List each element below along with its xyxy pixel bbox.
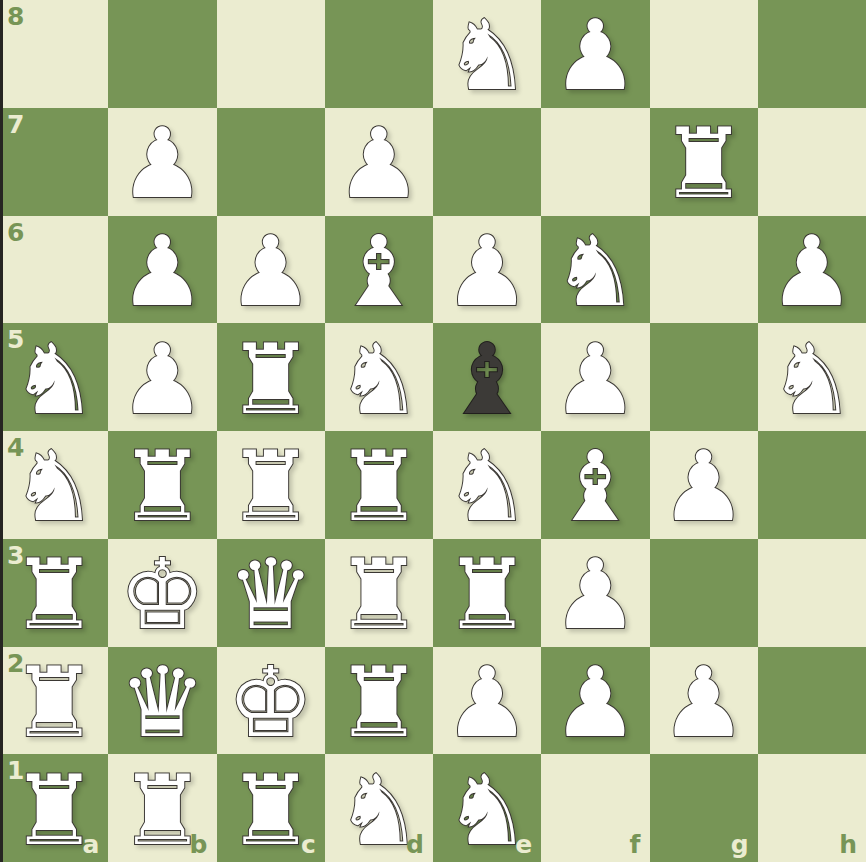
white-pawn[interactable]: ♟ xyxy=(227,223,314,320)
white-rook[interactable]: ♜ xyxy=(227,762,314,859)
white-pawn[interactable]: ♟ xyxy=(660,438,747,535)
square-f8[interactable]: ♟ xyxy=(541,0,649,108)
white-bishop[interactable]: ♝ xyxy=(552,438,639,535)
white-pawn[interactable]: ♟ xyxy=(660,654,747,751)
rank-label-7: 7 xyxy=(7,112,24,137)
white-knight[interactable]: ♞ xyxy=(552,223,639,320)
white-bishop[interactable]: ♝ xyxy=(335,223,422,320)
square-c2[interactable]: ♚ xyxy=(217,647,325,755)
square-a2[interactable]: ♜2 xyxy=(0,647,108,755)
square-d3[interactable]: ♜ xyxy=(325,539,433,647)
square-c3[interactable]: ♛ xyxy=(217,539,325,647)
square-b8[interactable] xyxy=(108,0,216,108)
white-pawn[interactable]: ♟ xyxy=(552,654,639,751)
white-pawn[interactable]: ♟ xyxy=(119,331,206,428)
white-rook[interactable]: ♜ xyxy=(660,115,747,212)
white-pawn[interactable]: ♟ xyxy=(444,223,531,320)
white-knight[interactable]: ♞ xyxy=(444,762,531,859)
square-h2[interactable] xyxy=(758,647,866,755)
black-bishop[interactable]: ♝ xyxy=(444,331,531,428)
square-e7[interactable] xyxy=(433,108,541,216)
square-g1[interactable]: g xyxy=(650,754,758,862)
square-f1[interactable]: f xyxy=(541,754,649,862)
white-king[interactable]: ♚ xyxy=(119,546,206,643)
square-a6[interactable]: 6 xyxy=(0,216,108,324)
square-d1[interactable]: ♞d xyxy=(325,754,433,862)
square-d2[interactable]: ♜ xyxy=(325,647,433,755)
square-c4[interactable]: ♜ xyxy=(217,431,325,539)
square-a5[interactable]: ♞5 xyxy=(0,323,108,431)
square-d5[interactable]: ♞ xyxy=(325,323,433,431)
square-h1[interactable]: h xyxy=(758,754,866,862)
white-rook[interactable]: ♜ xyxy=(227,331,314,428)
square-f4[interactable]: ♝ xyxy=(541,431,649,539)
square-c1[interactable]: ♜c xyxy=(217,754,325,862)
white-pawn[interactable]: ♟ xyxy=(444,654,531,751)
square-f5[interactable]: ♟ xyxy=(541,323,649,431)
white-knight[interactable]: ♞ xyxy=(444,438,531,535)
square-h8[interactable] xyxy=(758,0,866,108)
square-h5[interactable]: ♞ xyxy=(758,323,866,431)
square-g2[interactable]: ♟ xyxy=(650,647,758,755)
file-label-h: h xyxy=(839,832,857,857)
square-f6[interactable]: ♞ xyxy=(541,216,649,324)
file-label-g: g xyxy=(731,832,749,857)
white-rook[interactable]: ♜ xyxy=(227,438,314,535)
white-rook[interactable]: ♜ xyxy=(119,438,206,535)
white-knight[interactable]: ♞ xyxy=(444,7,531,104)
white-rook[interactable]: ♜ xyxy=(335,654,422,751)
square-e6[interactable]: ♟ xyxy=(433,216,541,324)
square-a7[interactable]: 7 xyxy=(0,108,108,216)
square-c6[interactable]: ♟ xyxy=(217,216,325,324)
white-queen[interactable]: ♛ xyxy=(119,654,206,751)
white-pawn[interactable]: ♟ xyxy=(768,223,855,320)
white-knight[interactable]: ♞ xyxy=(11,438,98,535)
square-e8[interactable]: ♞ xyxy=(433,0,541,108)
square-f3[interactable]: ♟ xyxy=(541,539,649,647)
white-pawn[interactable]: ♟ xyxy=(119,115,206,212)
square-d6[interactable]: ♝ xyxy=(325,216,433,324)
square-b4[interactable]: ♜ xyxy=(108,431,216,539)
square-e1[interactable]: ♞e xyxy=(433,754,541,862)
white-knight[interactable]: ♞ xyxy=(335,762,422,859)
square-f7[interactable] xyxy=(541,108,649,216)
square-g3[interactable] xyxy=(650,539,758,647)
white-pawn[interactable]: ♟ xyxy=(552,546,639,643)
square-e4[interactable]: ♞ xyxy=(433,431,541,539)
white-rook[interactable]: ♜ xyxy=(335,546,422,643)
square-g4[interactable]: ♟ xyxy=(650,431,758,539)
square-g8[interactable] xyxy=(650,0,758,108)
white-pawn[interactable]: ♟ xyxy=(335,115,422,212)
square-e3[interactable]: ♜ xyxy=(433,539,541,647)
square-c8[interactable] xyxy=(217,0,325,108)
square-a4[interactable]: ♞4 xyxy=(0,431,108,539)
white-knight[interactable]: ♞ xyxy=(768,331,855,428)
square-d4[interactable]: ♜ xyxy=(325,431,433,539)
square-a1[interactable]: ♜1a xyxy=(0,754,108,862)
file-label-f: f xyxy=(630,832,641,857)
white-rook[interactable]: ♜ xyxy=(11,546,98,643)
white-rook[interactable]: ♜ xyxy=(444,546,531,643)
white-queen[interactable]: ♛ xyxy=(227,546,314,643)
square-e2[interactable]: ♟ xyxy=(433,647,541,755)
white-rook[interactable]: ♜ xyxy=(11,762,98,859)
square-b5[interactable]: ♟ xyxy=(108,323,216,431)
square-g6[interactable] xyxy=(650,216,758,324)
white-knight[interactable]: ♞ xyxy=(11,331,98,428)
square-e5[interactable]: ♝ xyxy=(433,323,541,431)
chess-board: 8♞♟7♟♟♜6♟♟♝♟♞♟♞5♟♜♞♝♟♞♞4♜♜♜♞♝♟♜3♚♛♜♜♟♜2♛… xyxy=(0,0,866,862)
white-rook[interactable]: ♜ xyxy=(119,762,206,859)
square-h6[interactable]: ♟ xyxy=(758,216,866,324)
square-c5[interactable]: ♜ xyxy=(217,323,325,431)
rank-label-8: 8 xyxy=(7,4,24,29)
square-d7[interactable]: ♟ xyxy=(325,108,433,216)
chess-board-window: 8♞♟7♟♟♜6♟♟♝♟♞♟♞5♟♜♞♝♟♞♞4♜♜♜♞♝♟♜3♚♛♜♜♟♜2♛… xyxy=(0,0,866,862)
white-pawn[interactable]: ♟ xyxy=(119,223,206,320)
square-g5[interactable] xyxy=(650,323,758,431)
square-b3[interactable]: ♚ xyxy=(108,539,216,647)
white-rook[interactable]: ♜ xyxy=(11,654,98,751)
rank-label-6: 6 xyxy=(7,220,24,245)
square-a8[interactable]: 8 xyxy=(0,0,108,108)
square-b2[interactable]: ♛ xyxy=(108,647,216,755)
square-b6[interactable]: ♟ xyxy=(108,216,216,324)
white-pawn[interactable]: ♟ xyxy=(552,7,639,104)
square-f2[interactable]: ♟ xyxy=(541,647,649,755)
square-c7[interactable] xyxy=(217,108,325,216)
square-g7[interactable]: ♜ xyxy=(650,108,758,216)
white-rook[interactable]: ♜ xyxy=(335,438,422,535)
square-h7[interactable] xyxy=(758,108,866,216)
white-knight[interactable]: ♞ xyxy=(335,331,422,428)
square-a3[interactable]: ♜3 xyxy=(0,539,108,647)
window-left-edge xyxy=(0,0,3,862)
square-b7[interactable]: ♟ xyxy=(108,108,216,216)
square-h3[interactable] xyxy=(758,539,866,647)
square-h4[interactable] xyxy=(758,431,866,539)
white-king[interactable]: ♚ xyxy=(227,654,314,751)
square-d8[interactable] xyxy=(325,0,433,108)
white-pawn[interactable]: ♟ xyxy=(552,331,639,428)
square-b1[interactable]: ♜b xyxy=(108,754,216,862)
